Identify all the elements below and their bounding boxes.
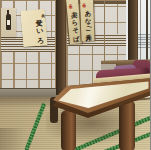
menu-banner-anago-tendon: 名物 あなご天丼 bbox=[79, 0, 95, 41]
sake-poster bbox=[1, 8, 16, 37]
banner-heading: 名物 bbox=[67, 1, 70, 2]
tenseiro-poster: 名代 天せいろ bbox=[20, 9, 47, 47]
window-mullion bbox=[140, 0, 141, 61]
window-mullion bbox=[146, 0, 148, 61]
banner-text: 天ぷらそば bbox=[70, 7, 79, 39]
tatami-room-photo: 名代 天せいろ 名物 天ぷらそば 名物 あなご天丼 bbox=[0, 0, 150, 150]
banner-heading: 名物 bbox=[81, 0, 84, 1]
bright-window bbox=[138, 0, 151, 61]
wood-pillar bbox=[128, 0, 138, 63]
low-table bbox=[50, 76, 150, 132]
poster-heading: 名代 bbox=[40, 11, 43, 12]
sake-bottle-icon bbox=[6, 14, 11, 30]
shoji-base-sill bbox=[0, 88, 56, 97]
poster-text: 天せいろ bbox=[34, 14, 43, 40]
banner-text: あなご天丼 bbox=[84, 5, 91, 29]
